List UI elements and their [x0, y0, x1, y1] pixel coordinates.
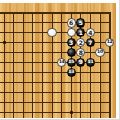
grid-line-horizontal — [0, 92, 111, 93]
grid-line-vertical — [109, 12, 111, 118]
move-number: 9 — [79, 59, 83, 65]
move-number: 6 — [69, 20, 73, 26]
black-stone-move-5[interactable]: 5 — [76, 18, 85, 27]
black-stone-move-7[interactable]: 7 — [86, 38, 95, 47]
diagram-frame: 651432712810141591113 — [0, 0, 120, 120]
black-stone[interactable] — [67, 48, 76, 57]
move-number: 10 — [97, 50, 103, 55]
grid-line-horizontal — [0, 112, 111, 113]
grid-line-horizontal — [0, 12, 111, 14]
move-number: 14 — [59, 60, 65, 65]
white-stone-move-10[interactable]: 10 — [95, 48, 104, 57]
white-stone[interactable] — [67, 28, 76, 37]
grid-line-horizontal — [0, 82, 111, 83]
white-stone-move-4[interactable]: 4 — [86, 28, 95, 37]
hoshi-point — [3, 41, 6, 44]
white-stone[interactable] — [47, 28, 56, 37]
black-stone-move-1[interactable]: 1 — [76, 28, 85, 37]
move-number: 13 — [68, 70, 74, 75]
move-number: 8 — [79, 49, 83, 55]
black-stone-move-9[interactable]: 9 — [76, 58, 85, 67]
move-number: 12 — [107, 40, 113, 45]
white-stone-move-8[interactable]: 8 — [76, 48, 85, 57]
white-stone-move-6[interactable]: 6 — [67, 18, 76, 27]
white-stone-move-12[interactable]: 12 — [105, 38, 114, 47]
grid-line-horizontal — [0, 22, 111, 23]
move-number: 1 — [79, 30, 83, 36]
move-number: 11 — [87, 60, 93, 65]
white-stone-move-14[interactable]: 14 — [57, 58, 66, 67]
grid-line-vertical — [23, 12, 24, 118]
move-number: 15 — [68, 60, 74, 65]
grid-line-vertical — [42, 12, 43, 118]
move-number: 4 — [88, 30, 92, 36]
black-stone-move-15[interactable]: 15 — [67, 58, 76, 67]
move-number: 3 — [69, 39, 73, 45]
grid-line-horizontal — [0, 72, 111, 73]
grid-line-vertical — [100, 12, 101, 118]
black-stone-move-13[interactable]: 13 — [67, 68, 76, 77]
go-board[interactable]: 651432712810141591113 — [0, 3, 116, 118]
move-number: 2 — [79, 39, 83, 45]
move-number: 7 — [88, 39, 92, 45]
grid-line-horizontal — [0, 102, 111, 103]
hoshi-point — [70, 111, 73, 114]
grid-line-vertical — [32, 12, 33, 118]
black-stone-move-3[interactable]: 3 — [67, 38, 76, 47]
move-number: 5 — [79, 20, 83, 26]
grid-line-vertical — [13, 12, 14, 118]
grid-line-vertical — [4, 12, 5, 118]
black-stone-move-11[interactable]: 11 — [86, 58, 95, 67]
white-stone-move-2[interactable]: 2 — [76, 38, 85, 47]
